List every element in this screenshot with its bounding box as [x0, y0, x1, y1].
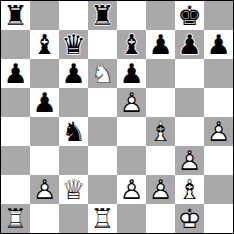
square-b2[interactable]: ♙ [30, 175, 59, 204]
black-rook-a8: ♜ [1, 1, 30, 30]
square-e3[interactable] [117, 146, 146, 175]
white-bishop-f4: ♗ [146, 117, 175, 146]
square-d8[interactable]: ♜ [88, 1, 117, 30]
black-pawn-b5: ♟ [30, 88, 59, 117]
square-f6[interactable] [146, 59, 175, 88]
square-f1[interactable] [146, 204, 175, 233]
square-f4[interactable]: ♗ [146, 117, 175, 146]
square-h8[interactable] [204, 1, 233, 30]
square-f2[interactable]: ♙ [146, 175, 175, 204]
square-c7[interactable]: ♛ [59, 30, 88, 59]
square-d6[interactable]: ♘ [88, 59, 117, 88]
square-b6[interactable] [30, 59, 59, 88]
white-bishop-g2: ♗ [175, 175, 204, 204]
square-a1[interactable]: ♖ [1, 204, 30, 233]
square-e2[interactable]: ♙ [117, 175, 146, 204]
square-a7[interactable] [1, 30, 30, 59]
square-c3[interactable] [59, 146, 88, 175]
square-e8[interactable] [117, 1, 146, 30]
chess-board: ♜♜♚♝♛♝♟♟♟♟♟♘♟♟♙♞♗♙♙♙♕♙♙♗♖♖♔ [0, 0, 234, 234]
square-h5[interactable] [204, 88, 233, 117]
square-a5[interactable] [1, 88, 30, 117]
black-knight-c4: ♞ [59, 117, 88, 146]
square-a6[interactable]: ♟ [1, 59, 30, 88]
square-b3[interactable] [30, 146, 59, 175]
square-g1[interactable]: ♔ [175, 204, 204, 233]
square-c8[interactable] [59, 1, 88, 30]
square-e1[interactable] [117, 204, 146, 233]
square-c4[interactable]: ♞ [59, 117, 88, 146]
white-rook-a1: ♖ [1, 204, 30, 233]
black-pawn-g7: ♟ [175, 30, 204, 59]
square-g3[interactable]: ♙ [175, 146, 204, 175]
black-pawn-h7: ♟ [204, 30, 233, 59]
square-d4[interactable] [88, 117, 117, 146]
square-g5[interactable] [175, 88, 204, 117]
square-e7[interactable]: ♝ [117, 30, 146, 59]
black-king-g8: ♚ [175, 1, 204, 30]
square-b1[interactable] [30, 204, 59, 233]
square-h4[interactable]: ♙ [204, 117, 233, 146]
square-h1[interactable] [204, 204, 233, 233]
square-a2[interactable] [1, 175, 30, 204]
black-queen-c7: ♛ [59, 30, 88, 59]
white-queen-c2: ♕ [59, 175, 88, 204]
black-pawn-a6: ♟ [1, 59, 30, 88]
white-knight-d6: ♘ [88, 59, 117, 88]
square-g4[interactable] [175, 117, 204, 146]
square-d7[interactable] [88, 30, 117, 59]
square-f3[interactable] [146, 146, 175, 175]
square-d2[interactable] [88, 175, 117, 204]
square-f8[interactable] [146, 1, 175, 30]
white-pawn-h4: ♙ [204, 117, 233, 146]
black-rook-d8: ♜ [88, 1, 117, 30]
white-rook-d1: ♖ [88, 204, 117, 233]
square-h7[interactable]: ♟ [204, 30, 233, 59]
square-b5[interactable]: ♟ [30, 88, 59, 117]
square-e5[interactable]: ♙ [117, 88, 146, 117]
white-pawn-g3: ♙ [175, 146, 204, 175]
black-pawn-f7: ♟ [146, 30, 175, 59]
square-h2[interactable] [204, 175, 233, 204]
square-g6[interactable] [175, 59, 204, 88]
square-e6[interactable]: ♟ [117, 59, 146, 88]
square-b4[interactable] [30, 117, 59, 146]
square-c2[interactable]: ♕ [59, 175, 88, 204]
white-pawn-b2: ♙ [30, 175, 59, 204]
square-a8[interactable]: ♜ [1, 1, 30, 30]
square-g2[interactable]: ♗ [175, 175, 204, 204]
square-d1[interactable]: ♖ [88, 204, 117, 233]
square-g7[interactable]: ♟ [175, 30, 204, 59]
square-f5[interactable] [146, 88, 175, 117]
square-g8[interactable]: ♚ [175, 1, 204, 30]
black-pawn-c6: ♟ [59, 59, 88, 88]
white-pawn-f2: ♙ [146, 175, 175, 204]
white-pawn-e5: ♙ [117, 88, 146, 117]
square-b7[interactable]: ♝ [30, 30, 59, 59]
black-bishop-e7: ♝ [117, 30, 146, 59]
square-h6[interactable] [204, 59, 233, 88]
square-c5[interactable] [59, 88, 88, 117]
square-a3[interactable] [1, 146, 30, 175]
white-pawn-e2: ♙ [117, 175, 146, 204]
square-h3[interactable] [204, 146, 233, 175]
black-pawn-e6: ♟ [117, 59, 146, 88]
black-bishop-b7: ♝ [30, 30, 59, 59]
square-c6[interactable]: ♟ [59, 59, 88, 88]
square-a4[interactable] [1, 117, 30, 146]
white-king-g1: ♔ [175, 204, 204, 233]
square-f7[interactable]: ♟ [146, 30, 175, 59]
square-d5[interactable] [88, 88, 117, 117]
square-c1[interactable] [59, 204, 88, 233]
square-d3[interactable] [88, 146, 117, 175]
square-e4[interactable] [117, 117, 146, 146]
square-b8[interactable] [30, 1, 59, 30]
